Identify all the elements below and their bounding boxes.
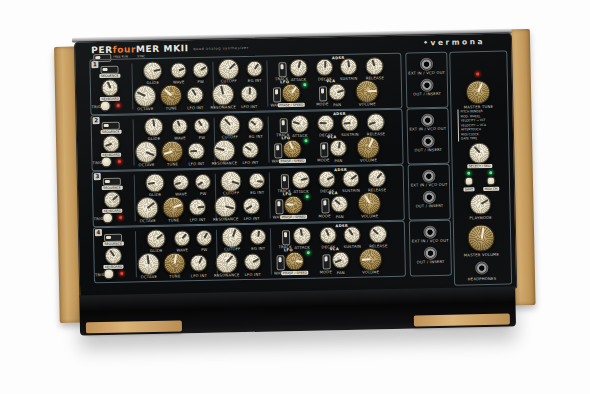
headphones-jack[interactable]	[475, 261, 488, 274]
switch-lever	[104, 123, 109, 127]
trig-label: TRIG	[94, 216, 104, 221]
knob-label: EG INT	[251, 245, 265, 250]
knob-label: RESONANCE	[214, 272, 240, 278]
section-header: ADSR	[332, 55, 345, 59]
knob-label: ATTACK	[295, 244, 311, 249]
knob-label: LFO INT	[190, 216, 206, 221]
release-knob[interactable]	[365, 57, 383, 75]
knob-label: TUNE	[168, 217, 179, 222]
out-insert-jack[interactable]	[421, 135, 434, 148]
knob-label: PAN	[337, 269, 345, 274]
knob-pointer	[225, 206, 234, 210]
knob-pointer	[197, 206, 204, 208]
switch-lever	[283, 176, 286, 181]
knob-label: PAN	[333, 102, 341, 107]
sustain-knob[interactable]	[341, 114, 358, 131]
select-seq-label: SELECT / SEQ	[467, 164, 492, 169]
lfo-phase-led	[306, 195, 309, 198]
sustain-knob[interactable]	[340, 58, 357, 75]
trig-led	[117, 104, 120, 107]
knob-label: ATTACK	[291, 76, 307, 81]
volume-knob[interactable]	[358, 192, 381, 215]
knob-pointer	[112, 195, 118, 201]
knob-label: CUTOFF	[223, 190, 239, 195]
switch-lever	[325, 256, 328, 261]
tune-knob[interactable]	[163, 252, 185, 274]
master-tune-knob[interactable]	[466, 80, 490, 104]
section-divider	[135, 231, 137, 277]
switch-label: MODE	[318, 213, 330, 218]
knob-pointer	[191, 89, 196, 96]
decay-knob[interactable]	[319, 227, 336, 244]
knob-label: WAVE	[173, 79, 185, 84]
section-header: VCA	[330, 247, 339, 251]
section-header: VCA	[328, 191, 337, 195]
knob-label: LFO INT	[245, 271, 261, 276]
eg-int-knob[interactable]	[250, 229, 266, 245]
knob-pointer	[480, 227, 483, 238]
master-volume-knob[interactable]	[467, 224, 495, 252]
release-knob[interactable]	[367, 113, 385, 131]
save-label: SAVE	[463, 187, 474, 191]
glide-knob[interactable]	[143, 61, 162, 80]
knob-label: OCTAVE	[140, 217, 156, 222]
knob-pointer	[350, 174, 356, 179]
knob-label: VOLUME	[359, 101, 376, 106]
mode-switch[interactable]	[320, 142, 328, 157]
knob-pointer	[147, 202, 155, 209]
knob-pointer	[181, 233, 186, 239]
ext-in-vco-out-label: EXT IN / VCO OUT	[412, 237, 449, 243]
switch-lever	[321, 88, 324, 93]
knob-pointer	[203, 232, 208, 238]
keyboard-knob[interactable]	[101, 79, 118, 96]
knob-label: PAN	[334, 157, 342, 162]
headphones-label: HEADPHONES	[468, 276, 497, 282]
attack-knob[interactable]	[289, 59, 307, 77]
knob-label: CUTOFF	[221, 78, 237, 83]
knob-pointer	[361, 259, 370, 262]
knob-pointer	[231, 180, 239, 184]
wave-knob[interactable]	[173, 174, 189, 190]
knob-pointer	[288, 142, 293, 150]
knob-label: EG INT	[250, 189, 264, 194]
knob-label: PHASE / SPEED	[278, 102, 305, 107]
release-knob[interactable]	[369, 225, 387, 243]
knob-pointer	[252, 258, 259, 263]
knob-pointer	[295, 260, 303, 262]
ext-in-vco-out-label: EXT IN / VCO OUT	[411, 181, 448, 187]
knob-pointer	[319, 122, 326, 124]
sequence-label: SEQUENCE	[103, 242, 124, 246]
knob-pointer	[197, 181, 203, 186]
sequence-label: SEQUENCE	[102, 186, 123, 190]
knob-pointer	[372, 229, 378, 235]
tune-knob[interactable]	[160, 84, 182, 106]
track-switch[interactable]	[278, 62, 286, 77]
knob-label: CUTOFF	[222, 134, 238, 139]
decay-knob[interactable]	[318, 171, 335, 188]
section-divider	[133, 119, 135, 165]
section-divider	[270, 229, 272, 275]
eg-int-knob[interactable]	[246, 61, 262, 77]
trig-led	[118, 160, 121, 163]
knob-label: CUTOFF	[224, 246, 240, 251]
knob-pointer	[105, 143, 112, 147]
sustain-knob[interactable]	[343, 226, 360, 243]
knob-pointer	[156, 234, 163, 240]
photo-background: PERfourMER MKII quad analog synthesizer …	[0, 0, 590, 394]
knob-label: VOLUME	[360, 157, 377, 162]
knob-pointer	[300, 229, 303, 236]
sequence-label: SEQUENCE	[101, 130, 122, 134]
resonance-knob[interactable]	[215, 251, 237, 273]
wood-foot-left	[86, 320, 182, 333]
trig-label: TRIG	[93, 160, 103, 165]
knob-pointer	[367, 139, 373, 148]
lfo-int-knob[interactable]	[190, 254, 207, 271]
knob-pointer	[152, 119, 155, 127]
knob-label: EG INT	[248, 77, 262, 82]
knob-label: OCTAVE	[141, 273, 157, 278]
knob-label: TUNE	[166, 105, 177, 110]
eg-int-knob[interactable]	[249, 173, 265, 189]
knob-pointer	[200, 66, 206, 71]
knob-pointer	[216, 147, 225, 151]
pan-knob[interactable]	[330, 139, 347, 156]
knob-label: PW	[199, 134, 206, 139]
knob-pointer	[367, 90, 376, 92]
knob-pointer	[337, 89, 344, 93]
section-divider	[131, 63, 133, 109]
resonance-knob[interactable]	[214, 195, 236, 217]
knob-pointer	[109, 250, 114, 256]
lfo-int-knob[interactable]	[242, 141, 259, 158]
wave-switch[interactable]	[273, 87, 281, 102]
knob-pointer	[175, 182, 181, 186]
knob-pointer	[248, 87, 250, 94]
synth-channel-1: 1SEQUENCEKEYBOARDTRIGGLIDEWAVEPWCUTOFFEG…	[89, 53, 402, 116]
knob-label: LFO INT	[191, 272, 207, 277]
octave-knob[interactable]	[137, 253, 159, 275]
release-knob[interactable]	[368, 169, 386, 187]
lfo-int-knob[interactable]	[243, 197, 260, 214]
knob-pointer	[254, 63, 259, 69]
midi-ch-led	[489, 171, 492, 174]
lfo-int-knob[interactable]	[240, 85, 257, 102]
knob-label: LFO INT	[187, 104, 203, 109]
lfo-int-knob[interactable]	[186, 86, 203, 103]
keyboard-knob[interactable]	[105, 247, 122, 264]
knob-label: GLIDE	[148, 135, 161, 140]
knob-pointer	[473, 146, 480, 153]
trig-label: TRIG	[91, 104, 101, 109]
master-led	[476, 73, 479, 76]
knob-label: LFO INT	[241, 103, 257, 108]
trig-led	[119, 216, 122, 219]
knob-pointer	[286, 204, 294, 206]
pw-knob[interactable]	[192, 62, 208, 78]
knob-pointer	[190, 150, 197, 152]
select-seq-knob[interactable]	[469, 142, 490, 163]
glide-knob[interactable]	[146, 229, 165, 248]
front-panel: PERfourMER MKII quad analog synthesizer …	[74, 32, 517, 297]
knob-label: ATTACK	[292, 132, 308, 137]
mode-switch[interactable]	[319, 86, 327, 101]
switch-lever	[105, 179, 110, 183]
synth-channel-2: 2SEQUENCEKEYBOARDTRIGGLIDEWAVEPWCUTOFFEG…	[90, 109, 403, 172]
pw-knob[interactable]	[194, 118, 210, 134]
wave-switch[interactable]	[275, 199, 283, 214]
section-header: LFO	[283, 192, 292, 196]
section-divider	[268, 117, 270, 163]
out-insert-jack[interactable]	[423, 191, 436, 204]
tune-knob[interactable]	[162, 196, 184, 218]
sequence-label: SEQUENCE	[99, 74, 120, 78]
pan-knob[interactable]	[332, 251, 349, 268]
select-menu-list: PITCH BENDERMOD. WHEELVELOCITY → VCFVELO…	[457, 109, 507, 142]
out-insert-jack[interactable]	[420, 79, 433, 92]
synth-channel-3: 3SEQUENCEKEYBOARDTRIGGLIDEWAVEPWCUTOFFEG…	[92, 165, 405, 228]
knob-label: OCTAVE	[138, 161, 154, 166]
master-volume-label: MASTER VOLUME	[464, 252, 499, 258]
switch-lever	[102, 67, 107, 71]
switch-lever	[275, 89, 278, 94]
device-subtitle: quad analog synthesizer	[193, 46, 249, 51]
knob-pointer	[334, 199, 340, 205]
knob-pointer	[174, 255, 177, 264]
keyboard-knob[interactable]	[104, 191, 121, 208]
section-header: VCA	[327, 135, 336, 139]
knob-label: PW	[200, 190, 207, 195]
section-header: LFO	[284, 248, 293, 252]
resonance-knob[interactable]	[213, 139, 235, 161]
knob-pointer	[327, 176, 334, 180]
out-insert-label: OUT / INSERT	[416, 203, 444, 209]
knob-pointer	[152, 69, 160, 72]
phase-speed-knob[interactable]	[283, 139, 302, 158]
volume-knob[interactable]	[359, 248, 382, 271]
out-insert-label: OUT / INSERT	[413, 91, 441, 97]
resonance-knob[interactable]	[212, 83, 234, 105]
lfo-int-knob[interactable]	[189, 198, 206, 215]
channel-number-badge: 1	[91, 61, 98, 68]
channel-jack-box: EXT IN / VCO OUTOUT / INSERT	[408, 164, 451, 221]
knob-pointer	[177, 120, 181, 126]
channel-number-badge: 2	[93, 117, 100, 124]
select-menu-item: GATE TIME	[461, 136, 507, 141]
attack-knob[interactable]	[293, 227, 311, 245]
section-header: ADSR	[334, 167, 347, 171]
knob-pointer	[477, 83, 483, 93]
master-section: MASTER TUNE PITCH BENDERMOD. WHEELVELOCI…	[449, 51, 512, 286]
lfo-phase-led	[304, 139, 307, 142]
section-divider	[269, 173, 271, 219]
knob-label: SUSTAIN	[343, 243, 361, 248]
wave-knob[interactable]	[174, 230, 190, 246]
switch-label: MODE	[320, 269, 332, 274]
knob-pointer	[480, 199, 488, 205]
switch-lever	[284, 232, 287, 237]
switch-lever	[280, 64, 283, 69]
knob-label: TUNE	[169, 273, 180, 278]
wave-switch[interactable]	[276, 255, 284, 270]
knob-pointer	[334, 259, 341, 263]
switch-lever	[282, 120, 285, 125]
knob-pointer	[137, 92, 146, 97]
knob-pointer	[257, 180, 263, 183]
knob-pointer	[376, 173, 382, 179]
midi-ch-label: MIDI CH	[483, 187, 499, 191]
knob-pointer	[244, 146, 251, 151]
knob-label: PAN	[336, 213, 344, 218]
tune-knob[interactable]	[161, 140, 183, 162]
out-insert-jack[interactable]	[424, 247, 437, 260]
wave-knob[interactable]	[172, 118, 188, 134]
playmode-knob[interactable]	[470, 193, 491, 214]
knob-pointer	[178, 67, 184, 71]
pw-knob[interactable]	[196, 230, 212, 246]
lfo-int-knob[interactable]	[244, 253, 261, 270]
ext-in-vco-out-label: EXT IN / VCO OUT	[408, 69, 445, 75]
switch-lever	[277, 201, 280, 206]
section-header: ADSR	[335, 223, 348, 227]
out-insert-label: OUT / INSERT	[417, 259, 445, 265]
knob-pointer	[164, 89, 172, 96]
attack-knob[interactable]	[292, 171, 310, 189]
phase-speed-knob[interactable]	[281, 83, 300, 102]
octave-knob[interactable]	[135, 141, 157, 163]
knob-pointer	[231, 229, 236, 237]
knob-pointer	[220, 86, 224, 95]
pan-knob[interactable]	[328, 83, 345, 100]
knob-label: TUNE	[167, 161, 178, 166]
glide-knob[interactable]	[145, 173, 164, 192]
glide-knob[interactable]	[144, 117, 163, 136]
section-header: VCA	[326, 79, 335, 83]
section-header: LFO	[280, 80, 289, 84]
wood-foot-right	[414, 314, 510, 327]
switch-label: MODE	[316, 101, 328, 106]
knob-label: WAVE	[174, 135, 186, 140]
channel-number-badge: 4	[95, 229, 102, 236]
decay-knob[interactable]	[317, 115, 334, 132]
out-insert-label: OUT / INSERT	[414, 147, 442, 153]
knob-pointer	[371, 59, 375, 66]
knob-pointer	[293, 121, 300, 125]
knob-label: SUSTAIN	[341, 131, 359, 136]
knob-pointer	[369, 121, 376, 125]
knob-pointer	[106, 82, 111, 89]
knob-pointer	[198, 120, 203, 126]
knob-pointer	[226, 255, 233, 263]
knob-label: WAVE	[176, 247, 188, 252]
knob-label: VOLUME	[361, 213, 378, 218]
knob-pointer	[363, 195, 370, 204]
pw-knob[interactable]	[195, 174, 211, 190]
switch-lever	[106, 235, 111, 239]
save-led	[467, 172, 470, 175]
track-switch[interactable]	[282, 230, 290, 245]
switch-lever	[279, 257, 282, 262]
eg-int-knob[interactable]	[248, 117, 264, 133]
knob-label: OCTAVE	[137, 105, 153, 110]
trig-label: TRIG	[95, 272, 105, 277]
knob-pointer	[301, 177, 308, 180]
knob-pointer	[198, 257, 202, 264]
octave-knob[interactable]	[136, 197, 158, 219]
knob-label: PHASE / SPEED	[281, 270, 308, 275]
knob-label: RESONANCE	[212, 160, 238, 166]
volume-knob[interactable]	[355, 80, 378, 103]
section-header: LFO	[281, 136, 290, 140]
knob-pointer	[347, 60, 350, 67]
knob-pointer	[164, 151, 173, 156]
sustain-knob[interactable]	[342, 170, 359, 187]
ext-in-vco-out-label: EXT IN / VCO OUT	[409, 125, 446, 131]
midi-ch-button[interactable]	[486, 176, 495, 185]
wave-switch[interactable]	[274, 143, 282, 158]
knob-pointer	[173, 204, 182, 209]
section-divider	[266, 61, 268, 107]
attack-knob[interactable]	[291, 115, 309, 133]
channel-jack-box: EXT IN / VCO OUTOUT / INSERT	[409, 220, 452, 277]
channel-jack-box: EXT IN / VCO OUTOUT / INSERT	[405, 52, 448, 109]
knob-pointer	[250, 120, 256, 125]
knob-label: RESONANCE	[213, 216, 239, 222]
knob-pointer	[245, 205, 252, 210]
synthesizer-device: PERfourMER MKII quad analog synthesizer …	[54, 21, 537, 349]
synth-channel-4: 4SEQUENCEKEYBOARDTRIGGLIDEWAVEPWCUTOFFEG…	[93, 221, 406, 284]
knob-label: LFO INT	[242, 159, 258, 164]
track-switch[interactable]	[280, 118, 288, 133]
track-switch[interactable]	[281, 174, 289, 189]
mode-switch[interactable]	[322, 254, 330, 269]
keyboard-knob[interactable]	[102, 135, 119, 152]
phase-speed-knob[interactable]	[285, 251, 304, 270]
knob-label: WAVE	[175, 191, 187, 196]
pan-knob[interactable]	[331, 195, 348, 212]
octave-knob[interactable]	[134, 85, 156, 107]
knob-pointer	[146, 151, 155, 156]
mode-switch[interactable]	[321, 198, 329, 213]
knob-label: RESONANCE	[211, 104, 237, 110]
chassis-front-face	[79, 286, 516, 335]
volume-knob[interactable]	[356, 136, 379, 159]
lfo-int-knob[interactable]	[188, 142, 205, 159]
wave-knob[interactable]	[170, 62, 186, 78]
channel-number-badge: 3	[94, 173, 101, 180]
save-button[interactable]	[464, 177, 473, 186]
switch-lever	[323, 200, 326, 205]
knob-label: EG INT	[249, 133, 263, 138]
knob-pointer	[343, 122, 350, 125]
brand-diamond-icon: ◆	[424, 39, 430, 44]
playmode-label: PLAYMODE	[470, 215, 492, 220]
knob-label: PHASE / SPEED	[279, 158, 306, 163]
knob-pointer	[325, 229, 329, 236]
knob-pointer	[223, 119, 230, 126]
section-divider	[134, 175, 136, 221]
knob-label: SUSTAIN	[340, 75, 358, 80]
knob-label: LFO INT	[188, 160, 204, 165]
switch-lever	[322, 144, 325, 149]
phase-speed-knob[interactable]	[284, 195, 303, 214]
decay-knob[interactable]	[316, 59, 333, 76]
knob-pointer	[348, 229, 353, 235]
knob-label: PW	[198, 78, 205, 83]
switch-lever	[276, 145, 279, 150]
